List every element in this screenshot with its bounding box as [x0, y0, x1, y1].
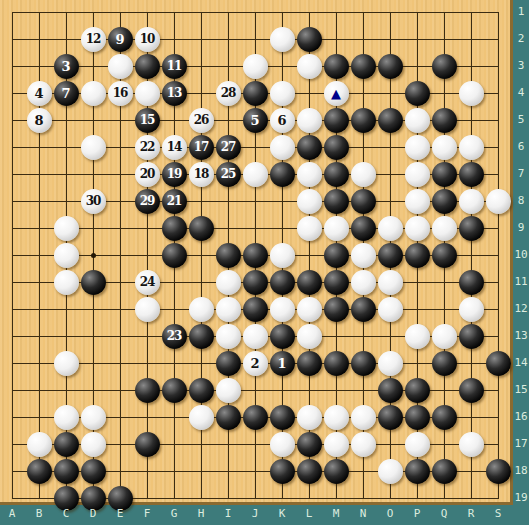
- cell-G1[interactable]: [161, 0, 188, 26]
- black-stone-H6[interactable]: 17: [189, 135, 214, 160]
- black-stone-F3[interactable]: [135, 54, 160, 79]
- cell-H3[interactable]: [188, 53, 215, 80]
- cell-F14[interactable]: [134, 350, 161, 377]
- cell-I18[interactable]: [215, 458, 242, 485]
- cell-J8[interactable]: [242, 188, 269, 215]
- cell-K17[interactable]: [269, 431, 296, 458]
- cell-K1[interactable]: [269, 0, 296, 26]
- cell-D11[interactable]: [80, 269, 107, 296]
- white-stone-F2[interactable]: 10: [135, 27, 160, 52]
- cell-L2[interactable]: [296, 26, 323, 53]
- cell-E1[interactable]: [107, 0, 134, 26]
- black-stone-J11[interactable]: [243, 270, 268, 295]
- cell-P2[interactable]: [404, 26, 431, 53]
- cell-N11[interactable]: [350, 269, 377, 296]
- cell-Q17[interactable]: [431, 431, 458, 458]
- black-stone-M7[interactable]: [324, 162, 349, 187]
- cell-S1[interactable]: [485, 0, 512, 26]
- white-stone-P17[interactable]: [405, 432, 430, 457]
- cell-H18[interactable]: [188, 458, 215, 485]
- cell-J3[interactable]: [242, 53, 269, 80]
- black-stone-J4[interactable]: [243, 81, 268, 106]
- white-stone-F12[interactable]: [135, 297, 160, 322]
- black-stone-O10[interactable]: [378, 243, 403, 268]
- black-stone-G13[interactable]: 23: [162, 324, 187, 349]
- cell-E10[interactable]: [107, 242, 134, 269]
- cell-P16[interactable]: [404, 404, 431, 431]
- cell-C13[interactable]: [53, 323, 80, 350]
- cell-A18[interactable]: [0, 458, 26, 485]
- cell-J13[interactable]: [242, 323, 269, 350]
- cell-K6[interactable]: [269, 134, 296, 161]
- cell-B12[interactable]: [26, 296, 53, 323]
- cell-K4[interactable]: [269, 80, 296, 107]
- cell-R2[interactable]: [458, 26, 485, 53]
- cell-R11[interactable]: [458, 269, 485, 296]
- white-stone-B4[interactable]: 4: [27, 81, 52, 106]
- cell-R6[interactable]: [458, 134, 485, 161]
- cell-M14[interactable]: [323, 350, 350, 377]
- black-stone-J5[interactable]: 5: [243, 108, 268, 133]
- cell-S9[interactable]: [485, 215, 512, 242]
- cell-J1[interactable]: [242, 0, 269, 26]
- white-stone-D2[interactable]: 12: [81, 27, 106, 52]
- black-stone-L18[interactable]: [297, 459, 322, 484]
- black-stone-I16[interactable]: [216, 405, 241, 430]
- cell-D13[interactable]: [80, 323, 107, 350]
- cell-A10[interactable]: [0, 242, 26, 269]
- cell-O9[interactable]: [377, 215, 404, 242]
- cell-C16[interactable]: [53, 404, 80, 431]
- white-stone-K10[interactable]: [270, 243, 295, 268]
- white-stone-R8[interactable]: [459, 189, 484, 214]
- black-stone-M6[interactable]: [324, 135, 349, 160]
- cell-R10[interactable]: [458, 242, 485, 269]
- white-stone-Q6[interactable]: [432, 135, 457, 160]
- cell-L5[interactable]: [296, 107, 323, 134]
- cell-F13[interactable]: [134, 323, 161, 350]
- cell-F3[interactable]: [134, 53, 161, 80]
- black-stone-S18[interactable]: [486, 459, 511, 484]
- cell-H8[interactable]: [188, 188, 215, 215]
- cell-A13[interactable]: [0, 323, 26, 350]
- black-stone-Q16[interactable]: [432, 405, 457, 430]
- cell-I1[interactable]: [215, 0, 242, 26]
- cell-A17[interactable]: [0, 431, 26, 458]
- black-stone-Q3[interactable]: [432, 54, 457, 79]
- white-stone-M4[interactable]: ▲: [324, 81, 349, 106]
- cell-I12[interactable]: [215, 296, 242, 323]
- black-stone-C18[interactable]: [54, 459, 79, 484]
- cell-N6[interactable]: [350, 134, 377, 161]
- cell-S16[interactable]: [485, 404, 512, 431]
- black-stone-M11[interactable]: [324, 270, 349, 295]
- cell-D4[interactable]: [80, 80, 107, 107]
- black-stone-N8[interactable]: [351, 189, 376, 214]
- cell-S8[interactable]: [485, 188, 512, 215]
- cell-L12[interactable]: [296, 296, 323, 323]
- cell-J15[interactable]: [242, 377, 269, 404]
- cell-K9[interactable]: [269, 215, 296, 242]
- cell-H2[interactable]: [188, 26, 215, 53]
- cell-D15[interactable]: [80, 377, 107, 404]
- cell-G12[interactable]: [161, 296, 188, 323]
- cell-Q6[interactable]: [431, 134, 458, 161]
- cell-A5[interactable]: [0, 107, 26, 134]
- cell-B17[interactable]: [26, 431, 53, 458]
- cell-N15[interactable]: [350, 377, 377, 404]
- cell-B5[interactable]: 8: [26, 107, 53, 134]
- black-stone-Q5[interactable]: [432, 108, 457, 133]
- cell-O14[interactable]: [377, 350, 404, 377]
- white-stone-N17[interactable]: [351, 432, 376, 457]
- cell-G11[interactable]: [161, 269, 188, 296]
- white-stone-L5[interactable]: [297, 108, 322, 133]
- white-stone-K4[interactable]: [270, 81, 295, 106]
- cell-N12[interactable]: [350, 296, 377, 323]
- white-stone-P5[interactable]: [405, 108, 430, 133]
- cell-E13[interactable]: [107, 323, 134, 350]
- cell-A16[interactable]: [0, 404, 26, 431]
- cell-Q14[interactable]: [431, 350, 458, 377]
- cell-K8[interactable]: [269, 188, 296, 215]
- cell-S17[interactable]: [485, 431, 512, 458]
- cell-C15[interactable]: [53, 377, 80, 404]
- white-stone-I12[interactable]: [216, 297, 241, 322]
- black-stone-P16[interactable]: [405, 405, 430, 430]
- cell-G3[interactable]: 11: [161, 53, 188, 80]
- black-stone-G4[interactable]: 13: [162, 81, 187, 106]
- black-stone-L6[interactable]: [297, 135, 322, 160]
- cell-M11[interactable]: [323, 269, 350, 296]
- white-stone-L8[interactable]: [297, 189, 322, 214]
- cell-R7[interactable]: [458, 161, 485, 188]
- cell-Q11[interactable]: [431, 269, 458, 296]
- white-stone-I4[interactable]: 28: [216, 81, 241, 106]
- cell-Q16[interactable]: [431, 404, 458, 431]
- white-stone-Q9[interactable]: [432, 216, 457, 241]
- black-stone-Q10[interactable]: [432, 243, 457, 268]
- cell-A1[interactable]: [0, 0, 26, 26]
- white-stone-O12[interactable]: [378, 297, 403, 322]
- cell-D10[interactable]: [80, 242, 107, 269]
- cell-P18[interactable]: [404, 458, 431, 485]
- white-stone-R17[interactable]: [459, 432, 484, 457]
- white-stone-E3[interactable]: [108, 54, 133, 79]
- cell-E4[interactable]: 16: [107, 80, 134, 107]
- cell-O7[interactable]: [377, 161, 404, 188]
- cell-F4[interactable]: [134, 80, 161, 107]
- cell-K18[interactable]: [269, 458, 296, 485]
- cell-I16[interactable]: [215, 404, 242, 431]
- white-stone-O18[interactable]: [378, 459, 403, 484]
- cell-G9[interactable]: [161, 215, 188, 242]
- cell-B9[interactable]: [26, 215, 53, 242]
- black-stone-G3[interactable]: 11: [162, 54, 187, 79]
- black-stone-I10[interactable]: [216, 243, 241, 268]
- cell-O8[interactable]: [377, 188, 404, 215]
- white-stone-K12[interactable]: [270, 297, 295, 322]
- cell-S12[interactable]: [485, 296, 512, 323]
- black-stone-J16[interactable]: [243, 405, 268, 430]
- cell-C4[interactable]: 7: [53, 80, 80, 107]
- cell-C7[interactable]: [53, 161, 80, 188]
- cell-N3[interactable]: [350, 53, 377, 80]
- white-stone-L9[interactable]: [297, 216, 322, 241]
- black-stone-K14[interactable]: 1: [270, 351, 295, 376]
- cell-O18[interactable]: [377, 458, 404, 485]
- cell-N9[interactable]: [350, 215, 377, 242]
- black-stone-K7[interactable]: [270, 162, 295, 187]
- black-stone-M8[interactable]: [324, 189, 349, 214]
- cell-J9[interactable]: [242, 215, 269, 242]
- cell-C10[interactable]: [53, 242, 80, 269]
- cell-E9[interactable]: [107, 215, 134, 242]
- cell-J14[interactable]: 2: [242, 350, 269, 377]
- black-stone-I7[interactable]: 25: [216, 162, 241, 187]
- black-stone-K18[interactable]: [270, 459, 295, 484]
- cell-D17[interactable]: [80, 431, 107, 458]
- cell-D16[interactable]: [80, 404, 107, 431]
- cell-N17[interactable]: [350, 431, 377, 458]
- white-stone-C14[interactable]: [54, 351, 79, 376]
- white-stone-R6[interactable]: [459, 135, 484, 160]
- cell-E5[interactable]: [107, 107, 134, 134]
- cell-A12[interactable]: [0, 296, 26, 323]
- cell-E8[interactable]: [107, 188, 134, 215]
- cell-R18[interactable]: [458, 458, 485, 485]
- cell-C9[interactable]: [53, 215, 80, 242]
- white-stone-H16[interactable]: [189, 405, 214, 430]
- cell-S14[interactable]: [485, 350, 512, 377]
- cell-D7[interactable]: [80, 161, 107, 188]
- cell-I3[interactable]: [215, 53, 242, 80]
- cell-J4[interactable]: [242, 80, 269, 107]
- cell-C2[interactable]: [53, 26, 80, 53]
- black-stone-M10[interactable]: [324, 243, 349, 268]
- cell-P8[interactable]: [404, 188, 431, 215]
- cell-M3[interactable]: [323, 53, 350, 80]
- white-stone-P6[interactable]: [405, 135, 430, 160]
- cell-H14[interactable]: [188, 350, 215, 377]
- cell-Q9[interactable]: [431, 215, 458, 242]
- white-stone-P9[interactable]: [405, 216, 430, 241]
- white-stone-P8[interactable]: [405, 189, 430, 214]
- white-stone-G6[interactable]: 14: [162, 135, 187, 160]
- white-stone-L16[interactable]: [297, 405, 322, 430]
- black-stone-N5[interactable]: [351, 108, 376, 133]
- white-stone-D16[interactable]: [81, 405, 106, 430]
- cell-F12[interactable]: [134, 296, 161, 323]
- cell-I15[interactable]: [215, 377, 242, 404]
- cell-A11[interactable]: [0, 269, 26, 296]
- cell-K5[interactable]: 6: [269, 107, 296, 134]
- cell-K10[interactable]: [269, 242, 296, 269]
- white-stone-L7[interactable]: [297, 162, 322, 187]
- black-stone-K13[interactable]: [270, 324, 295, 349]
- cell-K2[interactable]: [269, 26, 296, 53]
- cell-K12[interactable]: [269, 296, 296, 323]
- white-stone-I15[interactable]: [216, 378, 241, 403]
- cell-P7[interactable]: [404, 161, 431, 188]
- cell-O4[interactable]: [377, 80, 404, 107]
- white-stone-F4[interactable]: [135, 81, 160, 106]
- black-stone-L11[interactable]: [297, 270, 322, 295]
- black-stone-K11[interactable]: [270, 270, 295, 295]
- cell-O5[interactable]: [377, 107, 404, 134]
- cell-M18[interactable]: [323, 458, 350, 485]
- white-stone-F7[interactable]: 20: [135, 162, 160, 187]
- cell-M7[interactable]: [323, 161, 350, 188]
- white-stone-E4[interactable]: 16: [108, 81, 133, 106]
- cell-A14[interactable]: [0, 350, 26, 377]
- cell-H11[interactable]: [188, 269, 215, 296]
- cell-D12[interactable]: [80, 296, 107, 323]
- white-stone-O11[interactable]: [378, 270, 403, 295]
- cell-R8[interactable]: [458, 188, 485, 215]
- cell-R12[interactable]: [458, 296, 485, 323]
- black-stone-L17[interactable]: [297, 432, 322, 457]
- white-stone-R4[interactable]: [459, 81, 484, 106]
- cell-H10[interactable]: [188, 242, 215, 269]
- cell-R17[interactable]: [458, 431, 485, 458]
- white-stone-H7[interactable]: 18: [189, 162, 214, 187]
- cell-M12[interactable]: [323, 296, 350, 323]
- cell-E7[interactable]: [107, 161, 134, 188]
- cell-F9[interactable]: [134, 215, 161, 242]
- cell-L6[interactable]: [296, 134, 323, 161]
- cell-E17[interactable]: [107, 431, 134, 458]
- cell-P13[interactable]: [404, 323, 431, 350]
- white-stone-B5[interactable]: 8: [27, 108, 52, 133]
- cell-I7[interactable]: 25: [215, 161, 242, 188]
- black-stone-G8[interactable]: 21: [162, 189, 187, 214]
- cell-B2[interactable]: [26, 26, 53, 53]
- cell-N8[interactable]: [350, 188, 377, 215]
- cell-F8[interactable]: 29: [134, 188, 161, 215]
- black-stone-H15[interactable]: [189, 378, 214, 403]
- cell-L7[interactable]: [296, 161, 323, 188]
- white-stone-C11[interactable]: [54, 270, 79, 295]
- cell-E14[interactable]: [107, 350, 134, 377]
- white-stone-C9[interactable]: [54, 216, 79, 241]
- cell-L1[interactable]: [296, 0, 323, 26]
- cell-D6[interactable]: [80, 134, 107, 161]
- white-stone-J14[interactable]: 2: [243, 351, 268, 376]
- cell-O16[interactable]: [377, 404, 404, 431]
- cell-R3[interactable]: [458, 53, 485, 80]
- white-stone-P7[interactable]: [405, 162, 430, 187]
- cell-G15[interactable]: [161, 377, 188, 404]
- cell-B14[interactable]: [26, 350, 53, 377]
- cell-M15[interactable]: [323, 377, 350, 404]
- cell-F18[interactable]: [134, 458, 161, 485]
- cell-Q7[interactable]: [431, 161, 458, 188]
- cell-S3[interactable]: [485, 53, 512, 80]
- cell-F5[interactable]: 15: [134, 107, 161, 134]
- cell-J10[interactable]: [242, 242, 269, 269]
- cell-R9[interactable]: [458, 215, 485, 242]
- cell-L17[interactable]: [296, 431, 323, 458]
- cell-C5[interactable]: [53, 107, 80, 134]
- cell-H1[interactable]: [188, 0, 215, 26]
- white-stone-C10[interactable]: [54, 243, 79, 268]
- cell-G17[interactable]: [161, 431, 188, 458]
- cell-H7[interactable]: 18: [188, 161, 215, 188]
- black-stone-O3[interactable]: [378, 54, 403, 79]
- cell-O1[interactable]: [377, 0, 404, 26]
- black-stone-H9[interactable]: [189, 216, 214, 241]
- cell-F6[interactable]: 22: [134, 134, 161, 161]
- cell-H17[interactable]: [188, 431, 215, 458]
- cell-M9[interactable]: [323, 215, 350, 242]
- cell-M1[interactable]: [323, 0, 350, 26]
- cell-I9[interactable]: [215, 215, 242, 242]
- white-stone-N10[interactable]: [351, 243, 376, 268]
- black-stone-P18[interactable]: [405, 459, 430, 484]
- black-stone-F17[interactable]: [135, 432, 160, 457]
- cell-H16[interactable]: [188, 404, 215, 431]
- black-stone-M5[interactable]: [324, 108, 349, 133]
- white-stone-I13[interactable]: [216, 324, 241, 349]
- cell-B8[interactable]: [26, 188, 53, 215]
- cell-R5[interactable]: [458, 107, 485, 134]
- cell-F2[interactable]: 10: [134, 26, 161, 53]
- white-stone-B17[interactable]: [27, 432, 52, 457]
- cell-H4[interactable]: [188, 80, 215, 107]
- cell-F17[interactable]: [134, 431, 161, 458]
- cell-R1[interactable]: [458, 0, 485, 26]
- cell-M10[interactable]: [323, 242, 350, 269]
- cell-L13[interactable]: [296, 323, 323, 350]
- cell-H9[interactable]: [188, 215, 215, 242]
- cell-H15[interactable]: [188, 377, 215, 404]
- cell-L10[interactable]: [296, 242, 323, 269]
- cell-I4[interactable]: 28: [215, 80, 242, 107]
- black-stone-O5[interactable]: [378, 108, 403, 133]
- cell-P17[interactable]: [404, 431, 431, 458]
- cell-E16[interactable]: [107, 404, 134, 431]
- white-stone-N7[interactable]: [351, 162, 376, 187]
- white-stone-M9[interactable]: [324, 216, 349, 241]
- cell-C18[interactable]: [53, 458, 80, 485]
- white-stone-N16[interactable]: [351, 405, 376, 430]
- cell-K15[interactable]: [269, 377, 296, 404]
- white-stone-F11[interactable]: 24: [135, 270, 160, 295]
- cell-J16[interactable]: [242, 404, 269, 431]
- cell-S18[interactable]: [485, 458, 512, 485]
- cell-S2[interactable]: [485, 26, 512, 53]
- cell-J6[interactable]: [242, 134, 269, 161]
- cell-C8[interactable]: [53, 188, 80, 215]
- cell-I17[interactable]: [215, 431, 242, 458]
- white-stone-J3[interactable]: [243, 54, 268, 79]
- white-stone-O9[interactable]: [378, 216, 403, 241]
- cell-Q2[interactable]: [431, 26, 458, 53]
- cell-Q15[interactable]: [431, 377, 458, 404]
- cell-P9[interactable]: [404, 215, 431, 242]
- black-stone-O16[interactable]: [378, 405, 403, 430]
- cell-M2[interactable]: [323, 26, 350, 53]
- cell-P14[interactable]: [404, 350, 431, 377]
- black-stone-N12[interactable]: [351, 297, 376, 322]
- cell-O17[interactable]: [377, 431, 404, 458]
- cell-Q4[interactable]: [431, 80, 458, 107]
- black-stone-L14[interactable]: [297, 351, 322, 376]
- cell-E6[interactable]: [107, 134, 134, 161]
- cell-H5[interactable]: 26: [188, 107, 215, 134]
- black-stone-M18[interactable]: [324, 459, 349, 484]
